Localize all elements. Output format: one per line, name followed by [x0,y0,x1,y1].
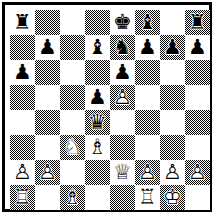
square-f8[interactable]: ♝ [135,10,160,35]
square-d1[interactable] [85,185,110,210]
piece-white-pawn-e5[interactable]: ♟♙ [110,85,135,110]
square-e8[interactable]: ♚ [110,10,135,35]
square-d8[interactable] [85,10,110,35]
square-c2[interactable] [60,160,85,185]
square-a7[interactable] [10,35,35,60]
square-c6[interactable] [60,60,85,85]
piece-white-rook-a1[interactable]: ♜♖ [10,185,35,210]
square-a5[interactable] [10,85,35,110]
piece-black-pawn-a6[interactable]: ♟ [10,60,35,85]
piece-black-pawn-h7[interactable]: ♟ [185,35,210,60]
piece-black-queen-d4[interactable]: ♛ [85,110,110,135]
square-f6[interactable] [135,60,160,85]
piece-white-pawn-f2[interactable]: ♟♙ [135,160,160,185]
piece-black-king-e8[interactable]: ♚ [110,10,135,35]
square-e1[interactable] [110,185,135,210]
square-g7[interactable]: ♟ [160,35,185,60]
square-b4[interactable] [35,110,60,135]
square-a3[interactable] [10,135,35,160]
chess-board: ♜♚♝♜♟♝♞♟♟♟♟♟♟♟♙♛♞♘♝♗♟♙♟♙♛♕♟♙♟♙♟♙♜♖♝♗♜♖♚♔ [10,10,210,210]
square-h7[interactable]: ♟ [185,35,210,60]
square-e7[interactable]: ♞ [110,35,135,60]
piece-white-knight-c3[interactable]: ♞♘ [60,135,85,160]
piece-white-pawn-b2[interactable]: ♟♙ [35,160,60,185]
square-g6[interactable] [160,60,185,85]
piece-black-knight-e7[interactable]: ♞ [110,35,135,60]
piece-black-pawn-f7[interactable]: ♟ [135,35,160,60]
piece-black-pawn-g7[interactable]: ♟ [160,35,185,60]
square-d7[interactable]: ♝ [85,35,110,60]
square-b8[interactable] [35,10,60,35]
square-c8[interactable] [60,10,85,35]
square-b2[interactable]: ♟♙ [35,160,60,185]
square-b6[interactable] [35,60,60,85]
square-c4[interactable] [60,110,85,135]
square-d6[interactable] [85,60,110,85]
piece-white-queen-e2[interactable]: ♛♕ [110,160,135,185]
square-e4[interactable] [110,110,135,135]
square-h1[interactable] [185,185,210,210]
piece-black-pawn-d5[interactable]: ♟ [85,85,110,110]
piece-white-bishop-d3[interactable]: ♝♗ [85,135,110,160]
square-b5[interactable] [35,85,60,110]
piece-black-pawn-b7[interactable]: ♟ [35,35,60,60]
square-g8[interactable] [160,10,185,35]
square-f7[interactable]: ♟ [135,35,160,60]
piece-white-pawn-h2[interactable]: ♟♙ [185,160,210,185]
square-d4[interactable]: ♛ [85,110,110,135]
square-g1[interactable]: ♚♔ [160,185,185,210]
square-f3[interactable] [135,135,160,160]
square-a4[interactable] [10,110,35,135]
square-g4[interactable] [160,110,185,135]
square-g2[interactable]: ♟♙ [160,160,185,185]
square-h4[interactable] [185,110,210,135]
square-b1[interactable] [35,185,60,210]
square-d3[interactable]: ♝♗ [85,135,110,160]
square-h2[interactable]: ♟♙ [185,160,210,185]
square-b7[interactable]: ♟ [35,35,60,60]
square-e2[interactable]: ♛♕ [110,160,135,185]
square-f1[interactable]: ♜♖ [135,185,160,210]
square-c1[interactable]: ♝♗ [60,185,85,210]
square-c5[interactable] [60,85,85,110]
square-a8[interactable]: ♜ [10,10,35,35]
square-h8[interactable]: ♜ [185,10,210,35]
square-h3[interactable] [185,135,210,160]
square-c3[interactable]: ♞♘ [60,135,85,160]
square-d2[interactable] [85,160,110,185]
square-g5[interactable] [160,85,185,110]
piece-white-bishop-c1[interactable]: ♝♗ [60,185,85,210]
piece-black-bishop-f8[interactable]: ♝ [135,10,160,35]
piece-black-pawn-e6[interactable]: ♟ [110,60,135,85]
square-f4[interactable] [135,110,160,135]
piece-white-king-g1[interactable]: ♚♔ [160,185,185,210]
square-h5[interactable] [185,85,210,110]
square-c7[interactable] [60,35,85,60]
chess-diagram: ♜♚♝♜♟♝♞♟♟♟♟♟♟♟♙♛♞♘♝♗♟♙♟♙♛♕♟♙♟♙♟♙♜♖♝♗♜♖♚♔ [0,0,220,220]
square-e5[interactable]: ♟♙ [110,85,135,110]
square-f5[interactable] [135,85,160,110]
square-h6[interactable] [185,60,210,85]
piece-white-rook-f1[interactable]: ♜♖ [135,185,160,210]
square-e6[interactable]: ♟ [110,60,135,85]
square-d5[interactable]: ♟ [85,85,110,110]
square-e3[interactable] [110,135,135,160]
square-a1[interactable]: ♜♖ [10,185,35,210]
piece-white-pawn-g2[interactable]: ♟♙ [160,160,185,185]
square-a2[interactable]: ♟♙ [10,160,35,185]
piece-black-bishop-d7[interactable]: ♝ [85,35,110,60]
square-b3[interactable] [35,135,60,160]
square-g3[interactable] [160,135,185,160]
piece-black-rook-a8[interactable]: ♜ [10,10,35,35]
piece-white-pawn-a2[interactable]: ♟♙ [10,160,35,185]
square-f2[interactable]: ♟♙ [135,160,160,185]
piece-black-rook-h8[interactable]: ♜ [185,10,210,35]
square-a6[interactable]: ♟ [10,60,35,85]
